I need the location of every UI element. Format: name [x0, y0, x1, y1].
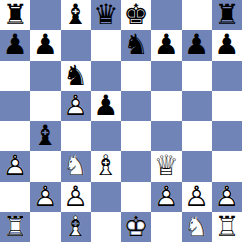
black-pawn-a7[interactable]: ♟ [0, 30, 30, 60]
black-knight-glyph: ♞ [121, 30, 151, 60]
white-pawn-outline: ♙ [61, 91, 91, 121]
black-knight-e7[interactable]: ♞ [121, 30, 151, 60]
black-pawn-b7[interactable]: ♟ [30, 30, 60, 60]
square-d3[interactable]: ♝♗ [91, 151, 121, 181]
white-bishop-c1[interactable]: ♝♗ [61, 212, 91, 242]
square-c1[interactable]: ♝♗ [61, 212, 91, 242]
white-pawn-outline: ♙ [182, 182, 212, 212]
square-a5[interactable] [0, 91, 30, 121]
black-rook-glyph: ♜ [0, 0, 30, 30]
square-e3[interactable] [121, 151, 151, 181]
square-h7[interactable]: ♟ [212, 30, 242, 60]
square-d1[interactable] [91, 212, 121, 242]
white-pawn-c2[interactable]: ♟♙ [61, 182, 91, 212]
white-queen-outline: ♕ [151, 151, 181, 181]
square-b2[interactable]: ♟♙ [30, 182, 60, 212]
square-e7[interactable]: ♞ [121, 30, 151, 60]
white-pawn-a3[interactable]: ♟♙ [0, 151, 30, 181]
white-rook-outline: ♖ [212, 212, 242, 242]
square-g7[interactable]: ♟ [182, 30, 212, 60]
black-bishop-glyph: ♝ [61, 0, 91, 30]
square-f3[interactable]: ♛♕ [151, 151, 181, 181]
white-bishop-d3[interactable]: ♝♗ [91, 151, 121, 181]
square-b5[interactable] [30, 91, 60, 121]
square-f1[interactable] [151, 212, 181, 242]
black-knight-c6[interactable]: ♞ [61, 61, 91, 91]
white-pawn-outline: ♙ [30, 182, 60, 212]
black-pawn-glyph: ♟ [0, 30, 30, 60]
square-e1[interactable]: ♚♔ [121, 212, 151, 242]
square-c5[interactable]: ♟♙ [61, 91, 91, 121]
square-h5[interactable] [212, 91, 242, 121]
square-a2[interactable] [0, 182, 30, 212]
white-knight-c3[interactable]: ♞♘ [61, 151, 91, 181]
square-d7[interactable] [91, 30, 121, 60]
black-rook-h8[interactable]: ♜ [212, 0, 242, 30]
square-b4[interactable]: ♝ [30, 121, 60, 151]
square-a4[interactable] [0, 121, 30, 151]
square-a3[interactable]: ♟♙ [0, 151, 30, 181]
black-knight-glyph: ♞ [61, 61, 91, 91]
square-f5[interactable] [151, 91, 181, 121]
square-c4[interactable] [61, 121, 91, 151]
black-pawn-f7[interactable]: ♟ [151, 30, 181, 60]
black-queen-glyph: ♛ [91, 0, 121, 30]
white-pawn-outline: ♙ [151, 182, 181, 212]
square-e6[interactable] [121, 61, 151, 91]
black-bishop-c8[interactable]: ♝ [61, 0, 91, 30]
square-e8[interactable]: ♚ [121, 0, 151, 30]
square-b1[interactable] [30, 212, 60, 242]
black-queen-d8[interactable]: ♛ [91, 0, 121, 30]
black-pawn-glyph: ♟ [182, 30, 212, 60]
black-rook-glyph: ♜ [212, 0, 242, 30]
square-c6[interactable]: ♞ [61, 61, 91, 91]
square-g2[interactable]: ♟♙ [182, 182, 212, 212]
black-pawn-g7[interactable]: ♟ [182, 30, 212, 60]
square-d2[interactable] [91, 182, 121, 212]
square-h3[interactable] [212, 151, 242, 181]
white-king-e1[interactable]: ♚♔ [121, 212, 151, 242]
square-e2[interactable] [121, 182, 151, 212]
white-queen-f3[interactable]: ♛♕ [151, 151, 181, 181]
black-pawn-glyph: ♟ [30, 30, 60, 60]
square-h2[interactable]: ♟♙ [212, 182, 242, 212]
black-bishop-glyph: ♝ [30, 121, 60, 151]
square-e5[interactable] [121, 91, 151, 121]
square-g1[interactable]: ♞♘ [182, 212, 212, 242]
square-d6[interactable] [91, 61, 121, 91]
white-knight-outline: ♘ [61, 151, 91, 181]
square-d5[interactable]: ♟ [91, 91, 121, 121]
black-king-glyph: ♚ [121, 0, 151, 30]
square-f8[interactable] [151, 0, 181, 30]
square-h6[interactable] [212, 61, 242, 91]
black-bishop-b4[interactable]: ♝ [30, 121, 60, 151]
square-b3[interactable] [30, 151, 60, 181]
white-bishop-outline: ♗ [91, 151, 121, 181]
square-g4[interactable] [182, 121, 212, 151]
square-c2[interactable]: ♟♙ [61, 182, 91, 212]
black-rook-a8[interactable]: ♜ [0, 0, 30, 30]
square-d8[interactable]: ♛ [91, 0, 121, 30]
white-bishop-outline: ♗ [61, 212, 91, 242]
white-knight-g1[interactable]: ♞♘ [182, 212, 212, 242]
black-king-e8[interactable]: ♚ [121, 0, 151, 30]
black-pawn-glyph: ♟ [151, 30, 181, 60]
white-pawn-b2[interactable]: ♟♙ [30, 182, 60, 212]
white-knight-outline: ♘ [182, 212, 212, 242]
square-a8[interactable]: ♜ [0, 0, 30, 30]
square-b7[interactable]: ♟ [30, 30, 60, 60]
white-pawn-h2[interactable]: ♟♙ [212, 182, 242, 212]
square-b6[interactable] [30, 61, 60, 91]
square-c8[interactable]: ♝ [61, 0, 91, 30]
black-pawn-h7[interactable]: ♟ [212, 30, 242, 60]
square-h8[interactable]: ♜ [212, 0, 242, 30]
white-pawn-f2[interactable]: ♟♙ [151, 182, 181, 212]
square-e4[interactable] [121, 121, 151, 151]
square-c3[interactable]: ♞♘ [61, 151, 91, 181]
chess-board: ♜♝♛♚♜♟♟♞♟♟♟♞♟♙♟♝♟♙♞♘♝♗♛♕♟♙♟♙♟♙♟♙♟♙♜♖♝♗♚♔… [0, 0, 242, 242]
white-king-outline: ♔ [121, 212, 151, 242]
white-rook-h1[interactable]: ♜♖ [212, 212, 242, 242]
white-pawn-outline: ♙ [212, 182, 242, 212]
white-pawn-c5[interactable]: ♟♙ [61, 91, 91, 121]
square-f2[interactable]: ♟♙ [151, 182, 181, 212]
square-d4[interactable] [91, 121, 121, 151]
square-f6[interactable] [151, 61, 181, 91]
square-a7[interactable]: ♟ [0, 30, 30, 60]
black-pawn-d5[interactable]: ♟ [91, 91, 121, 121]
square-h1[interactable]: ♜♖ [212, 212, 242, 242]
square-a6[interactable] [0, 61, 30, 91]
white-pawn-g2[interactable]: ♟♙ [182, 182, 212, 212]
white-pawn-outline: ♙ [61, 182, 91, 212]
square-g5[interactable] [182, 91, 212, 121]
white-pawn-outline: ♙ [0, 151, 30, 181]
square-f4[interactable] [151, 121, 181, 151]
square-g8[interactable] [182, 0, 212, 30]
white-rook-a1[interactable]: ♜♖ [0, 212, 30, 242]
square-c7[interactable] [61, 30, 91, 60]
square-f7[interactable]: ♟ [151, 30, 181, 60]
black-pawn-glyph: ♟ [91, 91, 121, 121]
square-h4[interactable] [212, 121, 242, 151]
black-pawn-glyph: ♟ [212, 30, 242, 60]
square-g3[interactable] [182, 151, 212, 181]
square-b8[interactable] [30, 0, 60, 30]
white-rook-outline: ♖ [0, 212, 30, 242]
square-a1[interactable]: ♜♖ [0, 212, 30, 242]
square-g6[interactable] [182, 61, 212, 91]
